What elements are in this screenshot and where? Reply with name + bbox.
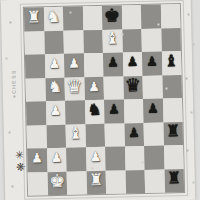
square-r4c1[interactable] (25, 78, 45, 102)
square-r8c4[interactable]: ♜ (86, 170, 106, 194)
white-pawn[interactable]: ♟ (68, 57, 80, 70)
white-pawn[interactable]: ♟ (31, 152, 43, 165)
square-r3c2[interactable]: ♟ (44, 54, 64, 78)
emblem-star-icon: ❋ (16, 161, 26, 174)
white-bishop[interactable]: ♝ (105, 31, 120, 47)
square-r5c2[interactable]: ♟ (46, 101, 66, 125)
square-r7c4[interactable]: ♟ (86, 147, 106, 171)
black-pawn[interactable]: ♟ (126, 55, 138, 68)
black-king[interactable]: ♚ (104, 6, 121, 24)
square-r2c2[interactable] (44, 30, 64, 54)
square-r6c1[interactable] (27, 125, 47, 149)
square-r6c6[interactable]: ♟ (124, 122, 144, 146)
square-r6c8[interactable]: ♜ (163, 122, 183, 146)
white-knight[interactable]: ♞ (46, 9, 61, 25)
square-r1c7[interactable] (141, 5, 161, 29)
square-r5c6[interactable] (123, 99, 143, 123)
board-print: CHESS ✳ ❋ ♜♞♚♝♟♟♟♟♟♝♞♛♟♛♟♞♟♟♝♟♜♟♟♟♚♜♜ (1, 0, 196, 200)
square-r5c4[interactable]: ♞ (85, 100, 105, 124)
black-pawn[interactable]: ♟ (128, 126, 140, 139)
square-r1c8[interactable] (160, 4, 180, 28)
white-rook[interactable]: ♜ (89, 172, 104, 188)
white-pawn[interactable]: ♟ (51, 151, 63, 164)
square-r1c6[interactable] (121, 5, 141, 29)
square-r7c2[interactable]: ♟ (47, 148, 67, 172)
black-rook[interactable]: ♜ (167, 170, 182, 186)
square-r5c8[interactable] (162, 98, 182, 122)
square-r4c7[interactable] (142, 75, 162, 99)
square-r1c4[interactable] (82, 6, 102, 30)
square-r5c3[interactable] (65, 100, 85, 124)
square-r3c1[interactable] (25, 54, 45, 78)
square-r7c1[interactable]: ♟ (27, 148, 47, 172)
square-r1c3[interactable] (63, 6, 83, 30)
square-r1c1[interactable]: ♜ (24, 7, 44, 31)
square-r4c6[interactable]: ♛ (123, 75, 143, 99)
square-r2c8[interactable] (161, 28, 181, 52)
black-pawn[interactable]: ♟ (108, 103, 120, 116)
square-r6c2[interactable] (46, 124, 66, 148)
black-pawn[interactable]: ♟ (147, 102, 159, 115)
square-r5c7[interactable]: ♟ (143, 99, 163, 123)
square-r8c3[interactable] (67, 171, 87, 195)
square-r2c7[interactable] (141, 28, 161, 52)
white-pawn[interactable]: ♟ (50, 104, 62, 117)
square-r2c6[interactable] (122, 28, 142, 52)
square-r6c3[interactable]: ♝ (66, 124, 86, 148)
square-r4c8[interactable] (162, 75, 182, 99)
square-r6c5[interactable] (105, 123, 125, 147)
square-r3c5[interactable]: ♟ (103, 52, 123, 76)
square-r5c1[interactable] (26, 101, 46, 125)
square-r2c3[interactable] (63, 30, 83, 54)
black-rook[interactable]: ♜ (166, 123, 181, 139)
square-r7c8[interactable] (164, 145, 184, 169)
black-queen[interactable]: ♛ (125, 76, 142, 94)
photo-dust-specks (0, 0, 1, 1)
white-pawn[interactable]: ♟ (48, 57, 60, 70)
square-r7c7[interactable] (144, 146, 164, 170)
board-edge-text: CHESS (9, 28, 16, 94)
square-r4c4[interactable]: ♟ (84, 76, 104, 100)
square-r4c3[interactable]: ♛ (64, 77, 84, 101)
chess-board[interactable]: ♜♞♚♝♟♟♟♟♟♝♞♛♟♛♟♞♟♟♝♟♜♟♟♟♚♜♜ (23, 3, 185, 197)
white-queen[interactable]: ♛ (66, 78, 83, 96)
square-r6c4[interactable] (85, 123, 105, 147)
white-bishop[interactable]: ♝ (68, 126, 83, 142)
square-r8c6[interactable] (125, 169, 145, 193)
square-r8c1[interactable] (28, 172, 48, 196)
white-pawn[interactable]: ♟ (88, 80, 100, 93)
square-r8c7[interactable] (145, 169, 165, 193)
square-r3c3[interactable]: ♟ (64, 53, 84, 77)
square-r2c4[interactable] (83, 29, 103, 53)
square-r2c5[interactable]: ♝ (102, 29, 122, 53)
black-pawn[interactable]: ♟ (107, 56, 119, 69)
square-r4c5[interactable] (103, 76, 123, 100)
square-r3c7[interactable]: ♟ (142, 52, 162, 76)
square-r6c7[interactable] (144, 122, 164, 146)
white-pawn[interactable]: ♟ (90, 150, 102, 163)
square-r4c2[interactable]: ♞ (45, 77, 65, 101)
square-r7c5[interactable] (105, 146, 125, 170)
square-r3c8[interactable]: ♝ (161, 51, 181, 75)
white-knight[interactable]: ♞ (48, 79, 63, 95)
black-knight[interactable]: ♞ (87, 102, 102, 118)
square-r1c5[interactable]: ♚ (102, 5, 122, 29)
square-r3c6[interactable]: ♟ (122, 52, 142, 76)
square-r8c2[interactable]: ♚ (47, 171, 67, 195)
square-r5c5[interactable]: ♟ (104, 99, 124, 123)
black-bishop[interactable]: ♝ (164, 53, 179, 69)
square-r2c1[interactable] (24, 31, 44, 55)
white-king[interactable]: ♚ (49, 172, 66, 190)
black-pawn[interactable]: ♟ (146, 55, 158, 68)
square-r1c2[interactable]: ♞ (43, 7, 63, 31)
square-r7c6[interactable] (125, 146, 145, 170)
square-r7c3[interactable] (66, 147, 86, 171)
square-r3c4[interactable] (83, 53, 103, 77)
photo-frame: CHESS ✳ ❋ ♜♞♚♝♟♟♟♟♟♝♞♛♟♛♟♞♟♟♝♟♜♟♟♟♚♜♜ (0, 0, 200, 200)
white-rook[interactable]: ♜ (27, 9, 42, 25)
square-r8c8[interactable]: ♜ (164, 169, 184, 193)
square-r8c5[interactable] (106, 170, 126, 194)
